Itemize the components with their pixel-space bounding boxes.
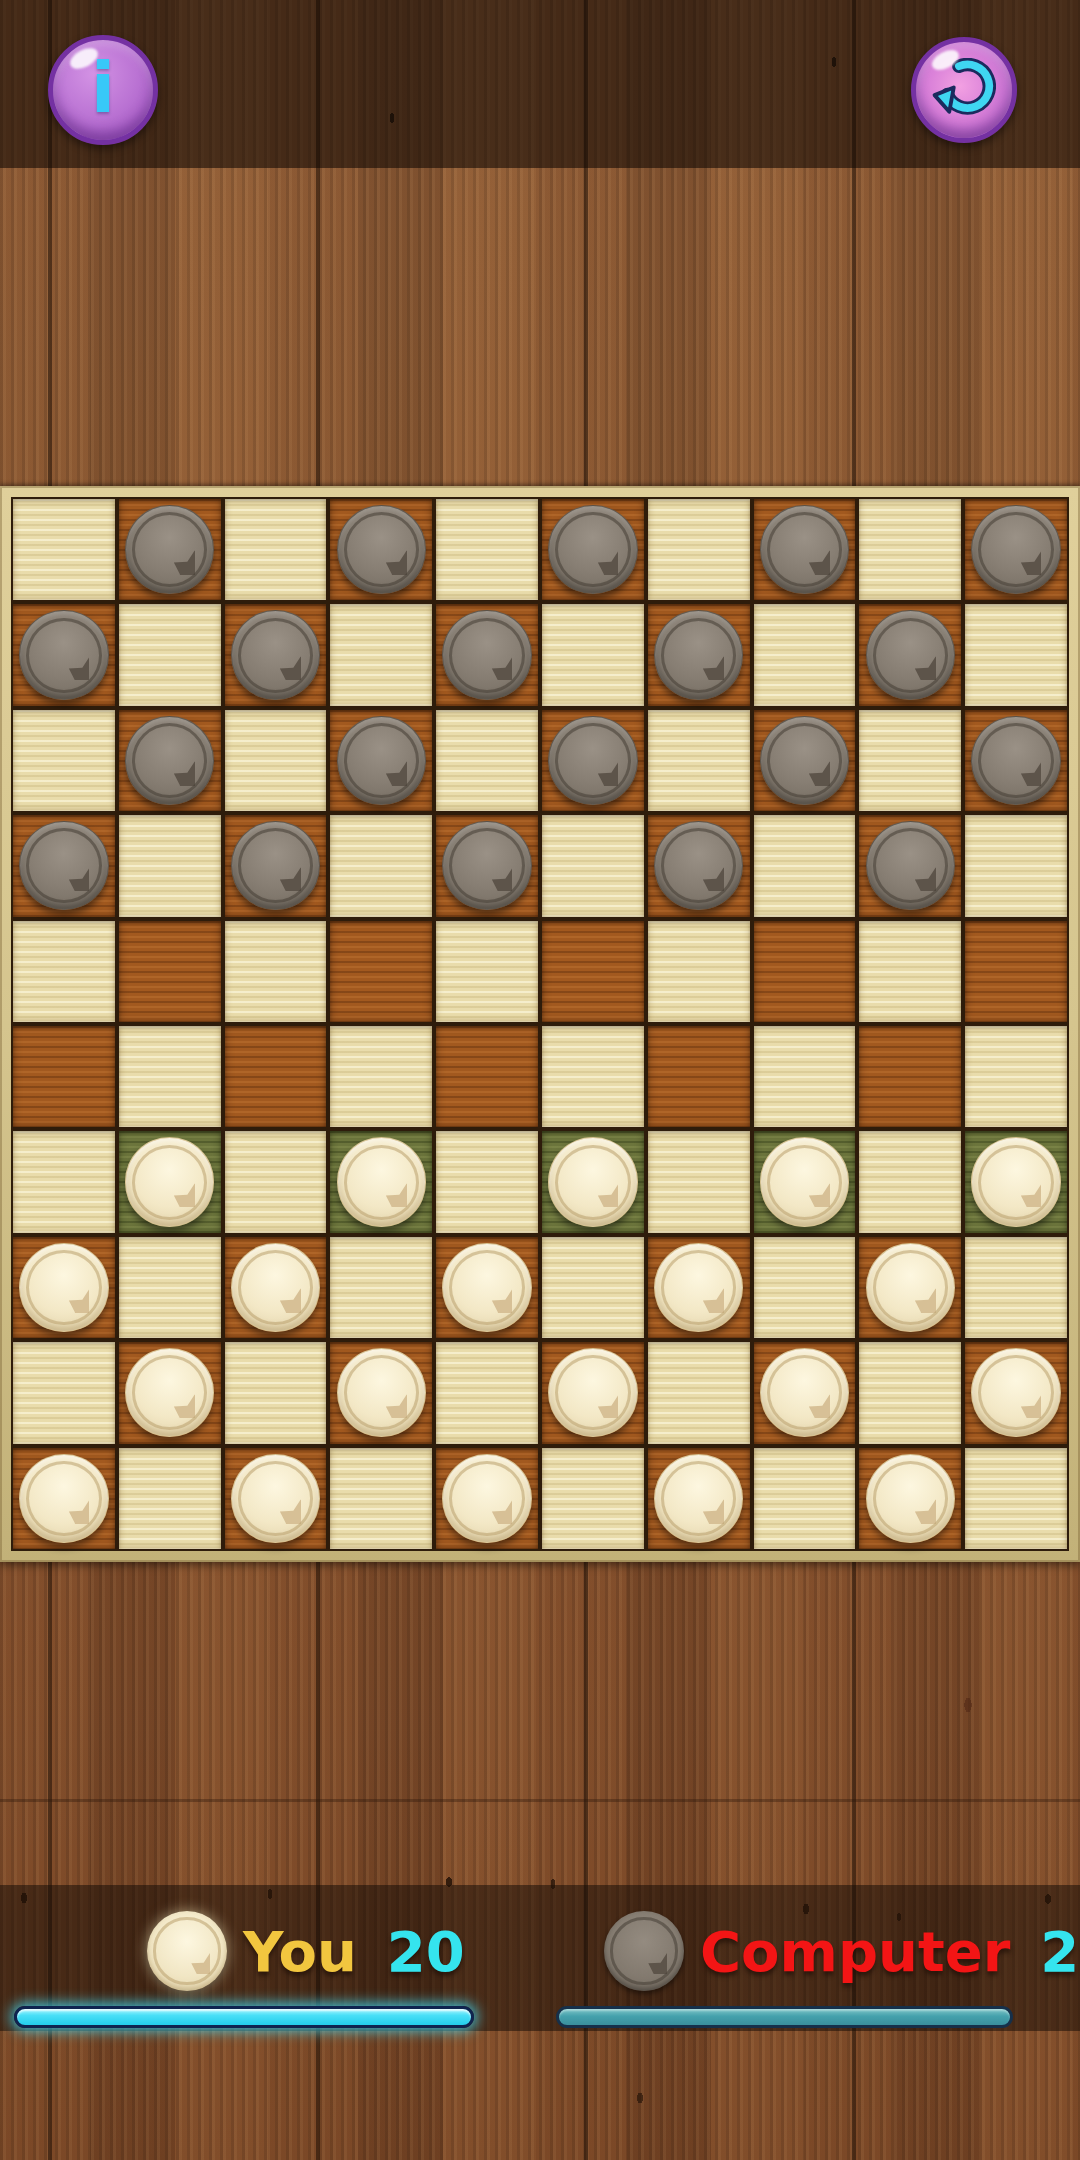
board-square bbox=[648, 710, 750, 811]
you-progress-bar bbox=[14, 2006, 474, 2028]
board-square bbox=[754, 604, 856, 705]
star-icon bbox=[673, 1473, 724, 1524]
star-icon bbox=[462, 1473, 513, 1524]
board-square bbox=[436, 921, 538, 1022]
board-square[interactable] bbox=[436, 1026, 538, 1127]
light-piece[interactable] bbox=[231, 1454, 321, 1543]
computer-score: 20 bbox=[1040, 1919, 1080, 1984]
you-piece-icon bbox=[147, 1911, 227, 1991]
board-square[interactable] bbox=[542, 710, 644, 811]
dark-piece[interactable] bbox=[760, 716, 850, 805]
dark-piece[interactable] bbox=[442, 821, 532, 910]
light-piece[interactable] bbox=[231, 1243, 321, 1332]
restart-icon bbox=[932, 58, 996, 122]
dark-piece[interactable] bbox=[442, 610, 532, 699]
dark-star-icon bbox=[621, 1928, 667, 1974]
star-icon bbox=[356, 524, 407, 575]
board-square[interactable] bbox=[754, 499, 856, 600]
light-star-icon bbox=[164, 1928, 210, 1974]
board-square bbox=[754, 1026, 856, 1127]
board-square[interactable] bbox=[436, 604, 538, 705]
dark-piece[interactable] bbox=[548, 505, 638, 594]
board-square bbox=[754, 1448, 856, 1549]
light-piece[interactable] bbox=[866, 1454, 956, 1543]
light-piece[interactable] bbox=[971, 1348, 1061, 1437]
app-screen: i You 20 Computer 20 bbox=[0, 0, 1080, 2160]
board-square bbox=[965, 1237, 1067, 1338]
star-icon bbox=[462, 1262, 513, 1313]
board-square bbox=[13, 1131, 115, 1232]
light-piece[interactable] bbox=[760, 1348, 850, 1437]
board-square bbox=[542, 1237, 644, 1338]
board-square bbox=[119, 604, 221, 705]
star-icon bbox=[462, 630, 513, 681]
board-square bbox=[859, 710, 961, 811]
star-icon bbox=[673, 1262, 724, 1313]
board-square bbox=[13, 710, 115, 811]
board-square bbox=[225, 921, 327, 1022]
star-icon bbox=[144, 1157, 195, 1208]
light-piece[interactable] bbox=[548, 1348, 638, 1437]
board-square bbox=[436, 1342, 538, 1443]
star-icon bbox=[568, 735, 619, 786]
board-square bbox=[542, 1026, 644, 1127]
board-square[interactable] bbox=[225, 815, 327, 916]
board-square[interactable] bbox=[648, 1448, 750, 1549]
board-square[interactable] bbox=[648, 604, 750, 705]
star-icon bbox=[144, 524, 195, 575]
board-square[interactable] bbox=[648, 815, 750, 916]
board-square bbox=[648, 1342, 750, 1443]
board-square[interactable] bbox=[965, 710, 1067, 811]
light-piece[interactable] bbox=[866, 1243, 956, 1332]
board-square[interactable] bbox=[330, 499, 432, 600]
board-square bbox=[965, 604, 1067, 705]
star-icon bbox=[144, 1368, 195, 1419]
board-square bbox=[859, 499, 961, 600]
light-piece[interactable] bbox=[548, 1137, 638, 1226]
star-icon bbox=[885, 630, 936, 681]
board-square bbox=[119, 1448, 221, 1549]
dark-piece[interactable] bbox=[19, 610, 109, 699]
light-piece[interactable] bbox=[760, 1137, 850, 1226]
star-icon bbox=[250, 841, 301, 892]
star-icon bbox=[568, 1157, 619, 1208]
board-square[interactable] bbox=[119, 710, 221, 811]
board-square[interactable] bbox=[965, 1131, 1067, 1232]
star-icon bbox=[568, 1368, 619, 1419]
board-square bbox=[648, 1131, 750, 1232]
you-label: You bbox=[243, 1919, 357, 1984]
board-square[interactable] bbox=[13, 815, 115, 916]
computer-piece-icon bbox=[604, 1911, 684, 1991]
star-icon bbox=[991, 1368, 1042, 1419]
light-piece[interactable] bbox=[19, 1454, 109, 1543]
dark-piece[interactable] bbox=[125, 505, 215, 594]
board-square[interactable] bbox=[119, 499, 221, 600]
computer-progress-bar bbox=[556, 2006, 1013, 2028]
board-square bbox=[13, 921, 115, 1022]
board-square[interactable] bbox=[754, 921, 856, 1022]
board-square[interactable] bbox=[225, 1237, 327, 1338]
computer-label: Computer bbox=[700, 1919, 1010, 1984]
board-square bbox=[13, 499, 115, 600]
star-icon bbox=[356, 735, 407, 786]
dark-piece[interactable] bbox=[19, 821, 109, 910]
computer-score-group: Computer 20 bbox=[604, 1906, 1080, 1996]
dark-piece[interactable] bbox=[337, 505, 427, 594]
star-icon bbox=[39, 630, 90, 681]
board-square bbox=[13, 1342, 115, 1443]
board-square[interactable] bbox=[859, 1237, 961, 1338]
star-icon bbox=[356, 1368, 407, 1419]
board-square[interactable] bbox=[965, 1342, 1067, 1443]
board-square[interactable] bbox=[330, 710, 432, 811]
board-square[interactable] bbox=[648, 1026, 750, 1127]
board-square[interactable] bbox=[859, 1448, 961, 1549]
board-square bbox=[330, 815, 432, 916]
board-square[interactable] bbox=[542, 1342, 644, 1443]
board-square[interactable] bbox=[859, 1026, 961, 1127]
board-square[interactable] bbox=[225, 1448, 327, 1549]
board-square bbox=[119, 1026, 221, 1127]
board-square[interactable] bbox=[965, 499, 1067, 600]
board-square[interactable] bbox=[754, 1342, 856, 1443]
board-square[interactable] bbox=[13, 1026, 115, 1127]
dark-piece[interactable] bbox=[654, 610, 744, 699]
star-icon bbox=[779, 1368, 830, 1419]
star-icon bbox=[356, 1157, 407, 1208]
dark-piece[interactable] bbox=[654, 821, 744, 910]
star-icon bbox=[779, 735, 830, 786]
board-square[interactable] bbox=[859, 604, 961, 705]
you-score-group: You 20 bbox=[147, 1906, 465, 1996]
board-square[interactable] bbox=[648, 1237, 750, 1338]
star-icon bbox=[250, 630, 301, 681]
board-square[interactable] bbox=[13, 1237, 115, 1338]
board-square[interactable] bbox=[119, 1131, 221, 1232]
board-square bbox=[119, 815, 221, 916]
board-square bbox=[225, 710, 327, 811]
restart-button[interactable] bbox=[911, 37, 1017, 143]
board-square bbox=[436, 710, 538, 811]
board-square bbox=[330, 1448, 432, 1549]
dark-piece[interactable] bbox=[760, 505, 850, 594]
board-square[interactable] bbox=[754, 1131, 856, 1232]
star-icon bbox=[779, 1157, 830, 1208]
board-square bbox=[648, 921, 750, 1022]
board-square bbox=[542, 815, 644, 916]
dark-piece[interactable] bbox=[971, 716, 1061, 805]
light-piece[interactable] bbox=[442, 1243, 532, 1332]
board-square[interactable] bbox=[965, 921, 1067, 1022]
dark-piece[interactable] bbox=[337, 716, 427, 805]
board-square bbox=[648, 499, 750, 600]
light-piece[interactable] bbox=[442, 1454, 532, 1543]
board-square bbox=[330, 1237, 432, 1338]
light-piece[interactable] bbox=[337, 1348, 427, 1437]
star-icon bbox=[250, 1262, 301, 1313]
board-square bbox=[330, 1026, 432, 1127]
star-icon bbox=[673, 630, 724, 681]
star-icon bbox=[39, 841, 90, 892]
info-button[interactable]: i bbox=[48, 35, 158, 145]
board-square bbox=[119, 1237, 221, 1338]
board-grid bbox=[13, 499, 1067, 1549]
board-square[interactable] bbox=[542, 1131, 644, 1232]
board-square[interactable] bbox=[225, 604, 327, 705]
board-square bbox=[436, 499, 538, 600]
star-icon bbox=[991, 1157, 1042, 1208]
board-square bbox=[965, 1026, 1067, 1127]
light-piece[interactable] bbox=[971, 1137, 1061, 1226]
board-square bbox=[542, 1448, 644, 1549]
board-square bbox=[754, 815, 856, 916]
board-square bbox=[754, 1237, 856, 1338]
dark-piece[interactable] bbox=[866, 610, 956, 699]
board-square[interactable] bbox=[225, 1026, 327, 1127]
star-icon bbox=[885, 1262, 936, 1313]
dark-piece[interactable] bbox=[548, 716, 638, 805]
dark-piece[interactable] bbox=[231, 821, 321, 910]
star-icon bbox=[779, 524, 830, 575]
board-square[interactable] bbox=[330, 1131, 432, 1232]
board-square bbox=[859, 1131, 961, 1232]
board-square bbox=[225, 1131, 327, 1232]
board-square bbox=[965, 815, 1067, 916]
board-square[interactable] bbox=[754, 710, 856, 811]
star-icon bbox=[39, 1262, 90, 1313]
dark-piece[interactable] bbox=[231, 610, 321, 699]
board-square[interactable] bbox=[859, 815, 961, 916]
board-square bbox=[859, 921, 961, 1022]
light-piece[interactable] bbox=[125, 1137, 215, 1226]
star-icon bbox=[885, 841, 936, 892]
board-square bbox=[859, 1342, 961, 1443]
dark-piece[interactable] bbox=[971, 505, 1061, 594]
star-icon bbox=[250, 1473, 301, 1524]
light-piece[interactable] bbox=[19, 1243, 109, 1332]
checkers-board bbox=[0, 486, 1080, 1562]
board-square bbox=[225, 499, 327, 600]
board-square[interactable] bbox=[330, 921, 432, 1022]
star-icon bbox=[991, 524, 1042, 575]
star-icon bbox=[673, 841, 724, 892]
board-square bbox=[436, 1131, 538, 1232]
star-icon bbox=[991, 735, 1042, 786]
board-square[interactable] bbox=[436, 815, 538, 916]
info-icon: i bbox=[91, 53, 115, 123]
board-square[interactable] bbox=[13, 604, 115, 705]
board-square[interactable] bbox=[542, 499, 644, 600]
board-square[interactable] bbox=[330, 1342, 432, 1443]
board-square[interactable] bbox=[119, 1342, 221, 1443]
dark-piece[interactable] bbox=[125, 716, 215, 805]
star-icon bbox=[462, 841, 513, 892]
dark-piece[interactable] bbox=[866, 821, 956, 910]
light-piece[interactable] bbox=[337, 1137, 427, 1226]
board-square[interactable] bbox=[436, 1448, 538, 1549]
plank-seam bbox=[0, 1799, 1080, 1802]
star-icon bbox=[144, 735, 195, 786]
star-icon bbox=[39, 1473, 90, 1524]
star-icon bbox=[568, 524, 619, 575]
board-square bbox=[542, 604, 644, 705]
star-icon bbox=[885, 1473, 936, 1524]
light-piece[interactable] bbox=[654, 1243, 744, 1332]
light-piece[interactable] bbox=[654, 1454, 744, 1543]
board-square[interactable] bbox=[119, 921, 221, 1022]
board-square[interactable] bbox=[542, 921, 644, 1022]
you-score: 20 bbox=[387, 1919, 465, 1984]
board-square bbox=[225, 1342, 327, 1443]
light-piece[interactable] bbox=[125, 1348, 215, 1437]
board-square bbox=[330, 604, 432, 705]
board-square[interactable] bbox=[436, 1237, 538, 1338]
board-square[interactable] bbox=[13, 1448, 115, 1549]
board-square bbox=[965, 1448, 1067, 1549]
